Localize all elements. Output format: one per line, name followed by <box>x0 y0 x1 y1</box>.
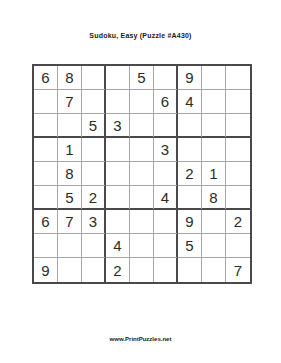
sudoku-cell[interactable] <box>202 138 226 162</box>
sudoku-cell[interactable]: 5 <box>82 114 106 138</box>
sudoku-cell[interactable] <box>130 186 154 210</box>
printable-sudoku-page: Sudoku, Easy (Puzzle #A430) 685976453138… <box>0 0 281 363</box>
sudoku-cell[interactable] <box>106 66 130 90</box>
sudoku-cell[interactable]: 7 <box>58 90 82 114</box>
sudoku-cell[interactable] <box>154 234 178 258</box>
sudoku-cell[interactable]: 1 <box>202 162 226 186</box>
sudoku-cell[interactable] <box>34 138 58 162</box>
sudoku-cell[interactable] <box>34 186 58 210</box>
sudoku-cell[interactable]: 9 <box>178 66 202 90</box>
sudoku-cell[interactable] <box>154 258 178 282</box>
sudoku-cell[interactable]: 6 <box>34 210 58 234</box>
sudoku-cell[interactable] <box>130 258 154 282</box>
sudoku-cell[interactable] <box>106 210 130 234</box>
sudoku-cell[interactable] <box>82 234 106 258</box>
sudoku-cell[interactable] <box>130 234 154 258</box>
sudoku-cell[interactable]: 9 <box>178 210 202 234</box>
sudoku-cell[interactable] <box>106 138 130 162</box>
sudoku-cell[interactable] <box>202 210 226 234</box>
sudoku-cell[interactable] <box>82 138 106 162</box>
sudoku-cell[interactable] <box>226 66 250 90</box>
sudoku-cell[interactable]: 7 <box>58 210 82 234</box>
page-title: Sudoku, Easy (Puzzle #A430) <box>0 32 281 39</box>
sudoku-cell[interactable] <box>154 66 178 90</box>
sudoku-cell[interactable]: 9 <box>34 258 58 282</box>
sudoku-cell[interactable] <box>226 162 250 186</box>
sudoku-cell[interactable] <box>58 234 82 258</box>
sudoku-cell[interactable] <box>34 114 58 138</box>
sudoku-cell[interactable]: 5 <box>58 186 82 210</box>
sudoku-cell[interactable]: 3 <box>82 210 106 234</box>
sudoku-cell[interactable] <box>82 90 106 114</box>
sudoku-cell[interactable]: 7 <box>226 258 250 282</box>
sudoku-cell[interactable]: 4 <box>154 186 178 210</box>
sudoku-cell[interactable]: 6 <box>154 90 178 114</box>
sudoku-cell[interactable] <box>154 114 178 138</box>
sudoku-cell[interactable]: 5 <box>178 234 202 258</box>
sudoku-cell[interactable] <box>154 210 178 234</box>
sudoku-cell[interactable] <box>82 66 106 90</box>
sudoku-cell[interactable] <box>202 258 226 282</box>
sudoku-cell[interactable] <box>226 234 250 258</box>
watermark-url: www.PrintPuzzles.net <box>0 336 281 342</box>
sudoku-cell[interactable] <box>82 162 106 186</box>
sudoku-cell[interactable] <box>106 186 130 210</box>
sudoku-cell[interactable]: 8 <box>202 186 226 210</box>
sudoku-cell[interactable]: 5 <box>130 66 154 90</box>
sudoku-cell[interactable]: 1 <box>58 138 82 162</box>
sudoku-cell[interactable] <box>202 66 226 90</box>
sudoku-cell[interactable] <box>58 114 82 138</box>
sudoku-cell[interactable]: 4 <box>106 234 130 258</box>
sudoku-cell[interactable]: 8 <box>58 162 82 186</box>
sudoku-cell[interactable] <box>130 162 154 186</box>
sudoku-cell[interactable] <box>106 90 130 114</box>
sudoku-cell[interactable]: 3 <box>106 114 130 138</box>
sudoku-cell[interactable] <box>58 258 82 282</box>
sudoku-cell[interactable]: 2 <box>82 186 106 210</box>
sudoku-cell[interactable] <box>226 114 250 138</box>
sudoku-cell[interactable]: 3 <box>154 138 178 162</box>
sudoku-cell[interactable] <box>106 162 130 186</box>
sudoku-cell[interactable] <box>154 162 178 186</box>
sudoku-cell[interactable] <box>202 114 226 138</box>
sudoku-cell[interactable]: 6 <box>34 66 58 90</box>
sudoku-cell[interactable]: 2 <box>178 162 202 186</box>
sudoku-cell[interactable] <box>178 138 202 162</box>
sudoku-cell[interactable] <box>226 138 250 162</box>
sudoku-cell[interactable] <box>178 114 202 138</box>
sudoku-cell[interactable] <box>130 90 154 114</box>
sudoku-cell[interactable] <box>202 234 226 258</box>
sudoku-cell[interactable] <box>130 138 154 162</box>
sudoku-cell[interactable] <box>34 234 58 258</box>
sudoku-cell[interactable] <box>202 90 226 114</box>
sudoku-cell[interactable] <box>34 162 58 186</box>
sudoku-cell[interactable] <box>226 186 250 210</box>
sudoku-cell[interactable]: 2 <box>106 258 130 282</box>
sudoku-cell[interactable]: 8 <box>58 66 82 90</box>
sudoku-grid: 6859764531382152486739245927 <box>32 64 252 284</box>
sudoku-cell[interactable] <box>82 258 106 282</box>
sudoku-cell[interactable]: 2 <box>226 210 250 234</box>
sudoku-cell[interactable] <box>130 210 154 234</box>
sudoku-cell[interactable] <box>178 258 202 282</box>
sudoku-cell[interactable] <box>130 114 154 138</box>
sudoku-cell[interactable] <box>226 90 250 114</box>
sudoku-cell[interactable]: 4 <box>178 90 202 114</box>
sudoku-cell[interactable] <box>178 186 202 210</box>
sudoku-cell[interactable] <box>34 90 58 114</box>
